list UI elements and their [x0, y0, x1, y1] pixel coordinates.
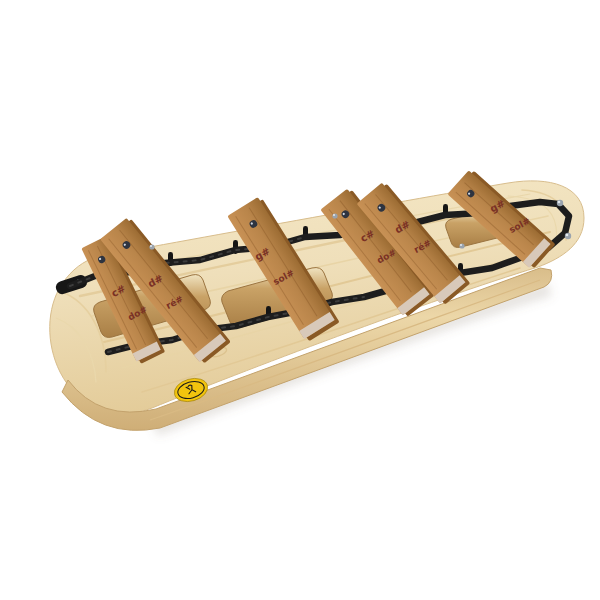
product-photo-canvas: c# do# d# ré# g# sol# c# do# d# ré# g# s…: [0, 0, 600, 600]
instrument-illustration: c# do# d# ré# g# sol# c# do# d# ré# g# s…: [0, 0, 600, 600]
